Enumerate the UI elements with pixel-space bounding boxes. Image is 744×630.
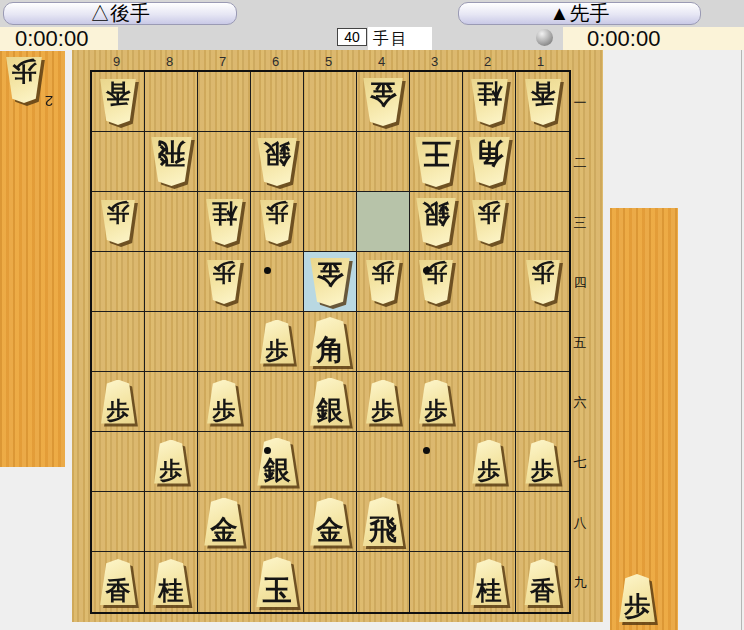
cell-23[interactable]: 歩 <box>463 192 516 252</box>
piece-gote-歩[interactable]: 歩 <box>516 252 569 311</box>
cell-46[interactable]: 歩 <box>357 372 410 432</box>
rank-label-2: 二 <box>571 154 589 172</box>
cell-31[interactable] <box>410 72 463 132</box>
cell-98[interactable] <box>92 492 145 552</box>
piece-sente-香[interactable]: 香 <box>92 552 144 612</box>
move-number-input[interactable] <box>337 28 367 46</box>
piece-gote-歩[interactable]: 歩 <box>5 57 43 103</box>
cell-62[interactable]: 銀 <box>251 132 304 192</box>
cell-21[interactable]: 桂 <box>463 72 516 132</box>
piece-gote-飛[interactable]: 飛 <box>145 132 197 191</box>
move-label-background: 手目 <box>368 27 432 50</box>
piece-gote-金[interactable]: 金 <box>304 252 356 311</box>
cell-43[interactable] <box>357 192 410 252</box>
rank-label-5: 五 <box>571 334 589 352</box>
cell-76[interactable]: 歩 <box>198 372 251 432</box>
cell-65[interactable]: 歩 <box>251 312 304 372</box>
piece-gote-角[interactable]: 角 <box>463 132 515 191</box>
cell-58[interactable]: 金 <box>304 492 357 552</box>
cell-24[interactable] <box>463 252 516 312</box>
cell-32[interactable]: 王 <box>410 132 463 192</box>
piece-sente-金[interactable]: 金 <box>304 492 356 551</box>
file-label-9: 9 <box>90 54 143 69</box>
cell-52[interactable] <box>304 132 357 192</box>
file-label-5: 5 <box>302 54 355 69</box>
piece-sente-歩[interactable]: 歩 <box>92 372 144 431</box>
piece-sente-歩[interactable]: 歩 <box>357 372 409 431</box>
cell-63[interactable]: 歩 <box>251 192 304 252</box>
file-label-3: 3 <box>408 54 461 69</box>
cell-48[interactable]: 飛 <box>357 492 410 552</box>
cell-29[interactable]: 桂 <box>463 552 516 612</box>
cell-41[interactable]: 金 <box>357 72 410 132</box>
cell-81[interactable] <box>145 72 198 132</box>
cell-86[interactable] <box>145 372 198 432</box>
cell-27[interactable]: 歩 <box>463 432 516 492</box>
rank-label-3: 三 <box>571 214 589 232</box>
piece-gote-歩[interactable]: 歩 <box>410 252 462 311</box>
cell-39[interactable] <box>410 552 463 612</box>
cell-96[interactable]: 歩 <box>92 372 145 432</box>
piece-gote-香[interactable]: 香 <box>516 72 569 131</box>
gote-hand-tray: 歩2 <box>0 51 65 467</box>
cell-49[interactable] <box>357 552 410 612</box>
cell-82[interactable]: 飛 <box>145 132 198 192</box>
cell-77[interactable] <box>198 432 251 492</box>
piece-sente-銀[interactable]: 銀 <box>304 372 356 431</box>
gote-player-label: △後手 <box>3 2 237 25</box>
cell-14[interactable]: 歩 <box>516 252 569 312</box>
move-number-label: 手目 <box>368 27 432 51</box>
cell-26[interactable] <box>463 372 516 432</box>
sente-hand-tray: 歩 <box>610 208 678 630</box>
cell-87[interactable]: 歩 <box>145 432 198 492</box>
hoshi-dot-icon <box>423 447 430 454</box>
piece-sente-歩[interactable]: 歩 <box>516 432 569 491</box>
cell-64[interactable] <box>251 252 304 312</box>
turn-indicator-led-icon <box>536 29 553 46</box>
cell-53[interactable] <box>304 192 357 252</box>
piece-gote-桂[interactable]: 桂 <box>463 72 515 131</box>
rank-label-8: 八 <box>571 514 589 532</box>
gote-clock: 0:00:00 <box>0 27 118 50</box>
file-label-7: 7 <box>196 54 249 69</box>
cell-79[interactable] <box>198 552 251 612</box>
piece-gote-銀[interactable]: 銀 <box>410 192 462 251</box>
shogi-board: 香金桂香飛銀王角歩桂歩銀歩歩金歩歩歩歩角歩歩銀歩歩歩銀歩歩金金飛香桂玉桂香 98… <box>72 50 603 622</box>
cell-88[interactable] <box>145 492 198 552</box>
cell-59[interactable] <box>304 552 357 612</box>
piece-sente-歩[interactable]: 歩 <box>410 372 462 431</box>
cell-25[interactable] <box>463 312 516 372</box>
cell-37[interactable] <box>410 432 463 492</box>
cell-57[interactable] <box>304 432 357 492</box>
piece-sente-歩[interactable]: 歩 <box>463 432 515 491</box>
file-label-6: 6 <box>249 54 302 69</box>
cell-51[interactable] <box>304 72 357 132</box>
piece-gote-歩[interactable]: 歩 <box>357 252 409 311</box>
cell-55[interactable]: 角 <box>304 312 357 372</box>
piece-gote-歩[interactable]: 歩 <box>198 252 250 311</box>
piece-gote-桂[interactable]: 桂 <box>198 192 250 251</box>
shogi-app-window: △後手 ▲先手 0:00:00 0:00:00 手目 歩2 歩 香金桂香飛銀王角… <box>0 0 744 630</box>
piece-sente-香[interactable]: 香 <box>516 552 569 612</box>
cell-74[interactable]: 歩 <box>198 252 251 312</box>
cell-75[interactable] <box>198 312 251 372</box>
piece-sente-歩[interactable]: 歩 <box>198 372 250 431</box>
cell-83[interactable] <box>145 192 198 252</box>
piece-gote-香[interactable]: 香 <box>92 72 144 131</box>
cell-85[interactable] <box>145 312 198 372</box>
cell-35[interactable] <box>410 312 463 372</box>
cell-94[interactable] <box>92 252 145 312</box>
piece-gote-歩[interactable]: 歩 <box>92 192 144 251</box>
cell-84[interactable] <box>145 252 198 312</box>
cell-69[interactable]: 玉 <box>251 552 304 612</box>
file-label-1: 1 <box>514 54 567 69</box>
cell-19[interactable]: 香 <box>516 552 569 612</box>
cell-33[interactable]: 銀 <box>410 192 463 252</box>
piece-gote-歩[interactable]: 歩 <box>251 192 303 251</box>
cell-99[interactable]: 香 <box>92 552 145 612</box>
rank-label-1: 一 <box>571 94 589 112</box>
cell-17[interactable]: 歩 <box>516 432 569 492</box>
piece-sente-銀[interactable]: 銀 <box>251 432 303 491</box>
piece-gote-歩[interactable]: 歩 <box>463 192 515 251</box>
sente-clock: 0:00:00 <box>563 27 744 50</box>
cell-71[interactable] <box>198 72 251 132</box>
piece-sente-桂[interactable]: 桂 <box>463 552 515 612</box>
cell-47[interactable] <box>357 432 410 492</box>
cell-36[interactable]: 歩 <box>410 372 463 432</box>
cell-42[interactable] <box>357 132 410 192</box>
piece-gote-金[interactable]: 金 <box>357 72 409 131</box>
piece-sente-飛[interactable]: 飛 <box>357 492 409 551</box>
cell-18[interactable] <box>516 492 569 552</box>
piece-sente-桂[interactable]: 桂 <box>145 552 197 612</box>
cell-44[interactable]: 歩 <box>357 252 410 312</box>
window-edge-divider <box>741 50 742 630</box>
piece-sente-玉[interactable]: 玉 <box>251 552 303 612</box>
board-grid: 香金桂香飛銀王角歩桂歩銀歩歩金歩歩歩歩角歩歩銀歩歩歩銀歩歩金金飛香桂玉桂香 <box>90 70 571 614</box>
file-label-2: 2 <box>461 54 514 69</box>
rank-label-6: 六 <box>571 394 589 412</box>
cell-13[interactable] <box>516 192 569 252</box>
cell-61[interactable] <box>251 72 304 132</box>
cell-73[interactable]: 桂 <box>198 192 251 252</box>
rank-label-9: 九 <box>571 574 589 592</box>
piece-sente-歩[interactable]: 歩 <box>618 574 656 622</box>
sente-player-label: ▲先手 <box>458 2 701 25</box>
piece-sente-金[interactable]: 金 <box>198 492 250 551</box>
piece-gote-銀[interactable]: 銀 <box>251 132 303 191</box>
piece-sente-歩[interactable]: 歩 <box>251 312 303 371</box>
cell-93[interactable]: 歩 <box>92 192 145 252</box>
cell-11[interactable]: 香 <box>516 72 569 132</box>
cell-78[interactable]: 金 <box>198 492 251 552</box>
cell-91[interactable]: 香 <box>92 72 145 132</box>
piece-sente-歩[interactable]: 歩 <box>145 432 197 491</box>
rank-label-7: 七 <box>571 454 589 472</box>
piece-sente-角[interactable]: 角 <box>304 312 356 371</box>
cell-92[interactable] <box>92 132 145 192</box>
cell-95[interactable] <box>92 312 145 372</box>
cell-97[interactable] <box>92 432 145 492</box>
cell-89[interactable]: 桂 <box>145 552 198 612</box>
gote-hand-count: 2 <box>45 93 53 110</box>
file-label-8: 8 <box>143 54 196 69</box>
cell-66[interactable] <box>251 372 304 432</box>
hoshi-dot-icon <box>264 267 271 274</box>
piece-gote-王[interactable]: 王 <box>410 132 462 191</box>
cell-12[interactable] <box>516 132 569 192</box>
cell-72[interactable] <box>198 132 251 192</box>
cell-68[interactable] <box>251 492 304 552</box>
file-label-4: 4 <box>355 54 408 69</box>
cell-67[interactable]: 銀 <box>251 432 304 492</box>
hoshi-dot-icon <box>264 447 271 454</box>
cell-34[interactable]: 歩 <box>410 252 463 312</box>
cell-28[interactable] <box>463 492 516 552</box>
hoshi-dot-icon <box>423 267 430 274</box>
cell-45[interactable] <box>357 312 410 372</box>
rank-label-4: 四 <box>571 274 589 292</box>
cell-15[interactable] <box>516 312 569 372</box>
cell-56[interactable]: 銀 <box>304 372 357 432</box>
cell-54[interactable]: 金 <box>304 252 357 312</box>
cell-38[interactable] <box>410 492 463 552</box>
cell-16[interactable] <box>516 372 569 432</box>
cell-22[interactable]: 角 <box>463 132 516 192</box>
